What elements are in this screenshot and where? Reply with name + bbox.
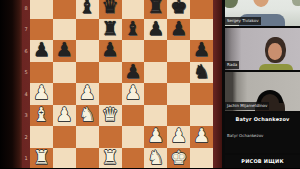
rank-label-8: 8 (22, 0, 30, 19)
square-e3[interactable] (122, 105, 145, 127)
black-king: ♚ (170, 0, 187, 16)
square-e5[interactable]: ♟ (122, 62, 145, 84)
black-rook: ♜ (102, 19, 119, 38)
square-f3[interactable] (144, 105, 167, 127)
rank-label-6: 6 (22, 40, 30, 62)
square-h1[interactable] (190, 148, 213, 169)
board: ♝♛♜♚♜♝♟♟♟♟♟♟♟♞♟♟♟♝♟♞♛♟♟♟♜♜♞♚ (30, 0, 213, 168)
square-g8[interactable]: ♚ (167, 0, 190, 19)
left-dark-edge (0, 0, 22, 168)
square-g5[interactable] (167, 62, 190, 84)
participant-display-name: Batyr Ochankezov (225, 116, 300, 122)
square-d5[interactable] (99, 62, 122, 84)
square-e1[interactable] (122, 148, 145, 169)
rank-label-5: 5 (22, 62, 30, 84)
square-b1[interactable] (53, 148, 76, 169)
square-h8[interactable] (190, 0, 213, 19)
white-pawn: ♟ (147, 126, 164, 145)
rank-label-2: 2 (22, 126, 30, 148)
white-pawn: ♟ (124, 83, 141, 102)
square-b7[interactable] (53, 19, 76, 41)
square-h2[interactable]: ♟ (190, 126, 213, 148)
square-f4[interactable] (144, 83, 167, 105)
square-f6[interactable] (144, 40, 167, 62)
square-b5[interactable] (53, 62, 76, 84)
square-h4[interactable] (190, 83, 213, 105)
square-a8[interactable] (30, 0, 53, 19)
video-tile-headphones-person[interactable]: Jachin Mijametdinov (225, 72, 300, 111)
square-h5[interactable]: ♞ (190, 62, 213, 84)
black-knight: ♞ (193, 62, 210, 81)
square-a3[interactable]: ♝ (30, 105, 53, 127)
square-e2[interactable] (122, 126, 145, 148)
rank-label-1: 1 (22, 148, 30, 169)
black-pawn: ♟ (102, 40, 119, 59)
participant-name-label: Jachin Mijametdinov (225, 102, 269, 110)
participant-name-label: Batyr Ochankezov (227, 133, 263, 138)
square-b3[interactable]: ♟ (53, 105, 76, 127)
rank-label-7: 7 (22, 19, 30, 41)
participant-name-label: Rada (225, 61, 239, 69)
black-pawn: ♟ (147, 19, 164, 38)
square-d1[interactable]: ♜ (99, 148, 122, 169)
black-pawn: ♟ (56, 40, 73, 59)
square-c2[interactable] (76, 126, 99, 148)
square-e6[interactable] (122, 40, 145, 62)
square-d3[interactable]: ♛ (99, 105, 122, 127)
square-h7[interactable] (190, 19, 213, 41)
square-g4[interactable] (167, 83, 190, 105)
video-panel: Sergey Tiviakov Rada Jachin Mijametdinov… (222, 0, 300, 168)
square-e4[interactable]: ♟ (122, 83, 145, 105)
white-rook: ♜ (33, 148, 50, 167)
participant-display-name: РИСОВ ИЩИК (225, 158, 300, 164)
black-queen: ♛ (102, 0, 119, 16)
square-h3[interactable] (190, 105, 213, 127)
black-pawn: ♟ (124, 62, 141, 81)
square-f1[interactable]: ♞ (144, 148, 167, 169)
white-pawn: ♟ (193, 126, 210, 145)
black-pawn: ♟ (193, 40, 210, 59)
white-pawn: ♟ (56, 105, 73, 124)
square-c5[interactable] (76, 62, 99, 84)
video-tile-bottom-camera-off[interactable]: РИСОВ ИЩИК (225, 155, 300, 168)
square-a6[interactable]: ♟ (30, 40, 53, 62)
white-knight: ♞ (147, 148, 164, 167)
square-g7[interactable]: ♟ (167, 19, 190, 41)
child-face (268, 43, 282, 60)
square-g6[interactable] (167, 40, 190, 62)
square-c6[interactable] (76, 40, 99, 62)
black-bishop: ♝ (79, 0, 96, 16)
square-f7[interactable]: ♟ (144, 19, 167, 41)
video-tile-sergey-tiviakov[interactable]: Sergey Tiviakov (225, 0, 300, 26)
video-tile-rada[interactable]: Rada (225, 28, 300, 70)
white-queen: ♛ (102, 105, 119, 124)
square-d2[interactable] (99, 126, 122, 148)
square-a5[interactable] (30, 62, 53, 84)
square-d6[interactable]: ♟ (99, 40, 122, 62)
rank-label-3: 3 (22, 105, 30, 127)
square-b8[interactable] (53, 0, 76, 19)
white-pawn: ♟ (33, 83, 50, 102)
child-shoulders (259, 64, 293, 70)
square-d8[interactable]: ♛ (99, 0, 122, 19)
black-bishop: ♝ (124, 19, 141, 38)
video-tile-batyr-camera-off[interactable]: Batyr Ochankezov Batyr Ochankezov (225, 113, 300, 153)
black-pawn: ♟ (33, 40, 50, 59)
square-e8[interactable] (122, 0, 145, 19)
square-c4[interactable]: ♟ (76, 83, 99, 105)
square-g1[interactable]: ♚ (167, 148, 190, 169)
square-f8[interactable]: ♜ (144, 0, 167, 19)
square-d4[interactable] (99, 83, 122, 105)
square-a2[interactable] (30, 126, 53, 148)
black-pawn: ♟ (170, 19, 187, 38)
white-king: ♚ (170, 148, 187, 167)
white-knight: ♞ (79, 105, 96, 124)
black-rook: ♜ (147, 0, 164, 16)
square-g3[interactable] (167, 105, 190, 127)
square-d7[interactable]: ♜ (99, 19, 122, 41)
square-g2[interactable]: ♟ (167, 126, 190, 148)
square-a7[interactable] (30, 19, 53, 41)
square-f2[interactable]: ♟ (144, 126, 167, 148)
rank-label-4: 4 (22, 83, 30, 105)
square-b6[interactable]: ♟ (53, 40, 76, 62)
white-pawn: ♟ (170, 126, 187, 145)
square-c3[interactable]: ♞ (76, 105, 99, 127)
white-bishop: ♝ (33, 105, 50, 124)
square-c8[interactable]: ♝ (76, 0, 99, 19)
square-f5[interactable] (144, 62, 167, 84)
square-c7[interactable] (76, 19, 99, 41)
rank-labels: 87654321 (22, 0, 30, 168)
square-b2[interactable] (53, 126, 76, 148)
square-b4[interactable] (53, 83, 76, 105)
square-a1[interactable]: ♜ (30, 148, 53, 169)
square-a4[interactable]: ♟ (30, 83, 53, 105)
participant-name-label: Sergey Tiviakov (225, 17, 261, 25)
screen: 87654321 ♝♛♜♚♜♝♟♟♟♟♟♟♟♞♟♟♟♝♟♞♛♟♟♟♜♜♞♚ Se… (0, 0, 300, 168)
square-h6[interactable]: ♟ (190, 40, 213, 62)
square-c1[interactable] (76, 148, 99, 169)
white-pawn: ♟ (79, 83, 96, 102)
square-e7[interactable]: ♝ (122, 19, 145, 41)
white-rook: ♜ (102, 148, 119, 167)
